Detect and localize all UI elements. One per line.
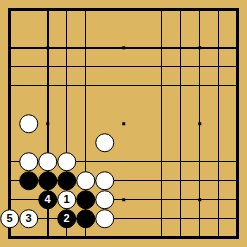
intersection-12-6[interactable]	[209, 95, 228, 114]
white-stone	[19, 152, 39, 172]
intersection-3-3[interactable]	[38, 38, 57, 57]
intersection-3-8[interactable]	[38, 133, 57, 152]
intersection-4-2[interactable]	[57, 19, 76, 38]
intersection-3-1[interactable]	[38, 0, 57, 19]
intersection-6-2[interactable]	[95, 19, 114, 38]
intersection-10-2[interactable]	[171, 19, 190, 38]
intersection-12-13[interactable]	[209, 228, 228, 247]
intersection-8-5[interactable]	[133, 76, 152, 95]
intersection-5-8[interactable]	[76, 133, 95, 152]
intersection-3-10[interactable]	[38, 171, 57, 190]
intersection-13-11[interactable]	[228, 190, 247, 209]
intersection-11-2[interactable]	[190, 19, 209, 38]
intersection-12-9[interactable]	[209, 152, 228, 171]
intersection-8-4[interactable]	[133, 57, 152, 76]
move-number: 3	[25, 213, 31, 224]
intersection-2-9[interactable]	[19, 152, 38, 171]
intersection-11-11[interactable]	[190, 190, 209, 209]
black-stone	[57, 171, 77, 191]
intersection-13-5[interactable]	[228, 76, 247, 95]
intersection-12-8[interactable]	[209, 133, 228, 152]
intersection-9-5[interactable]	[152, 76, 171, 95]
intersection-5-12[interactable]	[76, 209, 95, 228]
intersection-9-9[interactable]	[152, 152, 171, 171]
intersection-9-4[interactable]	[152, 57, 171, 76]
intersection-5-7[interactable]	[76, 114, 95, 133]
intersection-7-5[interactable]	[114, 76, 133, 95]
intersection-11-10[interactable]	[190, 171, 209, 190]
intersection-2-6[interactable]	[19, 95, 38, 114]
intersection-8-2[interactable]	[133, 19, 152, 38]
black-stone: 2	[57, 209, 77, 229]
intersection-12-7[interactable]	[209, 114, 228, 133]
intersection-3-11[interactable]: 4	[38, 190, 57, 209]
board-grid: 41532	[0, 0, 247, 247]
intersection-1-5[interactable]	[0, 76, 19, 95]
black-stone: 4	[38, 190, 58, 210]
black-stone	[76, 209, 96, 229]
intersection-1-3[interactable]	[0, 38, 19, 57]
intersection-8-11[interactable]	[133, 190, 152, 209]
intersection-10-8[interactable]	[171, 133, 190, 152]
go-board: 41532	[0, 0, 247, 247]
white-stone	[57, 152, 77, 172]
move-number: 1	[63, 194, 69, 205]
intersection-2-5[interactable]	[19, 76, 38, 95]
move-number: 4	[44, 194, 50, 205]
intersection-2-4[interactable]	[19, 57, 38, 76]
intersection-9-12[interactable]	[152, 209, 171, 228]
intersection-7-10[interactable]	[114, 171, 133, 190]
black-stone	[19, 171, 39, 191]
intersection-1-13[interactable]	[0, 228, 19, 247]
intersection-6-12[interactable]	[95, 209, 114, 228]
intersection-4-6[interactable]	[57, 95, 76, 114]
intersection-13-12[interactable]	[228, 209, 247, 228]
intersection-12-5[interactable]	[209, 76, 228, 95]
intersection-8-7[interactable]	[133, 114, 152, 133]
move-number: 2	[63, 213, 69, 224]
intersection-1-10[interactable]	[0, 171, 19, 190]
intersection-4-3[interactable]	[57, 38, 76, 57]
intersection-2-1[interactable]	[19, 0, 38, 19]
intersection-6-4[interactable]	[95, 57, 114, 76]
white-stone	[95, 171, 115, 191]
intersection-5-5[interactable]	[76, 76, 95, 95]
intersection-13-13[interactable]	[228, 228, 247, 247]
intersection-6-5[interactable]	[95, 76, 114, 95]
intersection-4-11[interactable]: 1	[57, 190, 76, 209]
intersection-5-9[interactable]	[76, 152, 95, 171]
intersection-2-11[interactable]	[19, 190, 38, 209]
intersection-1-9[interactable]	[0, 152, 19, 171]
intersection-12-2[interactable]	[209, 19, 228, 38]
black-stone	[76, 190, 96, 210]
white-stone	[19, 114, 39, 134]
intersection-4-9[interactable]	[57, 152, 76, 171]
intersection-10-7[interactable]	[171, 114, 190, 133]
intersection-11-4[interactable]	[190, 57, 209, 76]
intersection-7-4[interactable]	[114, 57, 133, 76]
intersection-12-3[interactable]	[209, 38, 228, 57]
intersection-9-10[interactable]	[152, 171, 171, 190]
intersection-4-10[interactable]	[57, 171, 76, 190]
intersection-7-13[interactable]	[114, 228, 133, 247]
intersection-2-12[interactable]: 3	[19, 209, 38, 228]
intersection-10-5[interactable]	[171, 76, 190, 95]
intersection-8-12[interactable]	[133, 209, 152, 228]
intersection-9-1[interactable]	[152, 0, 171, 19]
intersection-13-4[interactable]	[228, 57, 247, 76]
intersection-3-9[interactable]	[38, 152, 57, 171]
intersection-11-6[interactable]	[190, 95, 209, 114]
intersection-1-1[interactable]	[0, 0, 19, 19]
intersection-9-6[interactable]	[152, 95, 171, 114]
intersection-6-6[interactable]	[95, 95, 114, 114]
intersection-13-8[interactable]	[228, 133, 247, 152]
intersection-6-9[interactable]	[95, 152, 114, 171]
white-stone: 3	[19, 209, 39, 229]
intersection-13-7[interactable]	[228, 114, 247, 133]
intersection-6-13[interactable]	[95, 228, 114, 247]
intersection-3-4[interactable]	[38, 57, 57, 76]
intersection-5-6[interactable]	[76, 95, 95, 114]
intersection-2-2[interactable]	[19, 19, 38, 38]
white-stone	[95, 133, 115, 153]
intersection-11-1[interactable]	[190, 0, 209, 19]
intersection-9-2[interactable]	[152, 19, 171, 38]
intersection-7-1[interactable]	[114, 0, 133, 19]
intersection-13-6[interactable]	[228, 95, 247, 114]
intersection-10-11[interactable]	[171, 190, 190, 209]
intersection-4-12[interactable]: 2	[57, 209, 76, 228]
intersection-2-7[interactable]	[19, 114, 38, 133]
intersection-6-11[interactable]	[95, 190, 114, 209]
intersection-1-2[interactable]	[0, 19, 19, 38]
intersection-7-7[interactable]	[114, 114, 133, 133]
intersection-1-11[interactable]	[0, 190, 19, 209]
intersection-12-4[interactable]	[209, 57, 228, 76]
intersection-9-7[interactable]	[152, 114, 171, 133]
intersection-5-1[interactable]	[76, 0, 95, 19]
intersection-1-12[interactable]: 5	[0, 209, 19, 228]
intersection-3-5[interactable]	[38, 76, 57, 95]
intersection-7-2[interactable]	[114, 19, 133, 38]
intersection-1-8[interactable]	[0, 133, 19, 152]
intersection-1-4[interactable]	[0, 57, 19, 76]
intersection-1-6[interactable]	[0, 95, 19, 114]
intersection-11-8[interactable]	[190, 133, 209, 152]
intersection-3-2[interactable]	[38, 19, 57, 38]
intersection-11-12[interactable]	[190, 209, 209, 228]
intersection-8-8[interactable]	[133, 133, 152, 152]
intersection-10-9[interactable]	[171, 152, 190, 171]
white-stone: 1	[57, 190, 77, 210]
intersection-6-1[interactable]	[95, 0, 114, 19]
intersection-7-6[interactable]	[114, 95, 133, 114]
intersection-4-7[interactable]	[57, 114, 76, 133]
intersection-6-8[interactable]	[95, 133, 114, 152]
intersection-10-3[interactable]	[171, 38, 190, 57]
intersection-13-2[interactable]	[228, 19, 247, 38]
intersection-8-6[interactable]	[133, 95, 152, 114]
intersection-7-8[interactable]	[114, 133, 133, 152]
intersection-9-13[interactable]	[152, 228, 171, 247]
intersection-8-10[interactable]	[133, 171, 152, 190]
intersection-2-13[interactable]	[19, 228, 38, 247]
intersection-8-1[interactable]	[133, 0, 152, 19]
intersection-8-9[interactable]	[133, 152, 152, 171]
intersection-7-12[interactable]	[114, 209, 133, 228]
intersection-13-3[interactable]	[228, 38, 247, 57]
intersection-11-9[interactable]	[190, 152, 209, 171]
intersection-4-8[interactable]	[57, 133, 76, 152]
intersection-5-10[interactable]	[76, 171, 95, 190]
intersection-5-3[interactable]	[76, 38, 95, 57]
intersection-13-1[interactable]	[228, 0, 247, 19]
intersection-4-5[interactable]	[57, 76, 76, 95]
intersection-9-8[interactable]	[152, 133, 171, 152]
intersection-10-6[interactable]	[171, 95, 190, 114]
intersection-12-11[interactable]	[209, 190, 228, 209]
intersection-2-8[interactable]	[19, 133, 38, 152]
intersection-9-11[interactable]	[152, 190, 171, 209]
intersection-4-4[interactable]	[57, 57, 76, 76]
intersection-3-13[interactable]	[38, 228, 57, 247]
intersection-5-4[interactable]	[76, 57, 95, 76]
intersection-12-10[interactable]	[209, 171, 228, 190]
intersection-5-13[interactable]	[76, 228, 95, 247]
intersection-11-7[interactable]	[190, 114, 209, 133]
intersection-7-11[interactable]	[114, 190, 133, 209]
intersection-10-12[interactable]	[171, 209, 190, 228]
intersection-11-13[interactable]	[190, 228, 209, 247]
intersection-2-10[interactable]	[19, 171, 38, 190]
black-stone	[38, 171, 58, 191]
intersection-7-3[interactable]	[114, 38, 133, 57]
intersection-10-1[interactable]	[171, 0, 190, 19]
white-stone: 5	[0, 209, 19, 229]
intersection-1-7[interactable]	[0, 114, 19, 133]
intersection-7-9[interactable]	[114, 152, 133, 171]
intersection-11-5[interactable]	[190, 76, 209, 95]
intersection-3-6[interactable]	[38, 95, 57, 114]
intersection-2-3[interactable]	[19, 38, 38, 57]
white-stone	[38, 152, 58, 172]
white-stone	[76, 171, 96, 191]
intersection-5-2[interactable]	[76, 19, 95, 38]
intersection-9-3[interactable]	[152, 38, 171, 57]
intersection-5-11[interactable]	[76, 190, 95, 209]
intersection-12-1[interactable]	[209, 0, 228, 19]
intersection-4-1[interactable]	[57, 0, 76, 19]
white-stone	[95, 190, 115, 210]
intersection-4-13[interactable]	[57, 228, 76, 247]
intersection-13-9[interactable]	[228, 152, 247, 171]
intersection-6-3[interactable]	[95, 38, 114, 57]
intersection-10-13[interactable]	[171, 228, 190, 247]
intersection-8-3[interactable]	[133, 38, 152, 57]
white-stone	[95, 209, 115, 229]
intersection-11-3[interactable]	[190, 38, 209, 57]
move-number: 5	[6, 213, 12, 224]
intersection-3-7[interactable]	[38, 114, 57, 133]
intersection-13-10[interactable]	[228, 171, 247, 190]
intersection-3-12[interactable]	[38, 209, 57, 228]
intersection-10-4[interactable]	[171, 57, 190, 76]
intersection-6-10[interactable]	[95, 171, 114, 190]
intersection-10-10[interactable]	[171, 171, 190, 190]
intersection-8-13[interactable]	[133, 228, 152, 247]
intersection-12-12[interactable]	[209, 209, 228, 228]
intersection-6-7[interactable]	[95, 114, 114, 133]
